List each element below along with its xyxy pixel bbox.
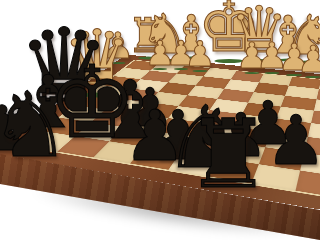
white-pawn[interactable]: ♟	[296, 41, 320, 78]
black-rook[interactable]: ♜	[185, 107, 270, 202]
chess-set-photo: ♛♟♜♞♟♟♝♟♚♛♟♟♝♟♞♟♟♞♝♛♚♝♟♟♟♞♟♜♟♟	[0, 0, 320, 240]
black-pawn[interactable]: ♟	[266, 107, 320, 175]
white-pawn[interactable]: ♟	[184, 37, 215, 72]
pieces-layer: ♛♟♜♞♟♟♝♟♚♛♟♟♝♟♞♟♟♞♝♛♚♝♟♟♟♞♟♜♟♟	[0, 0, 320, 240]
black-knight[interactable]: ♞	[0, 80, 70, 170]
